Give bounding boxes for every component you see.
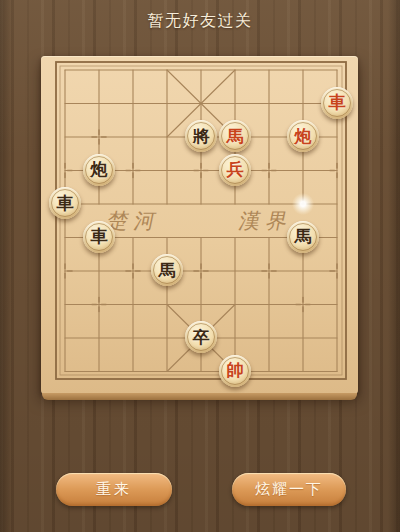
piece-glyph: 馬 bbox=[159, 262, 176, 279]
piece-black-cannon[interactable]: 炮 bbox=[83, 154, 115, 186]
piece-glyph: 馬 bbox=[295, 228, 312, 245]
piece-red-general[interactable]: 帥 bbox=[219, 355, 251, 387]
piece-glyph: 卒 bbox=[193, 329, 210, 346]
piece-black-general[interactable]: 將 bbox=[185, 120, 217, 152]
piece-glyph: 車 bbox=[91, 228, 108, 245]
show-off-button[interactable]: 炫耀一下 bbox=[232, 473, 346, 506]
piece-black-horse[interactable]: 馬 bbox=[287, 221, 319, 253]
piece-glyph: 帥 bbox=[227, 362, 244, 379]
piece-black-soldier[interactable]: 卒 bbox=[185, 321, 217, 353]
pieces-layer: 車將馬炮炮兵車車馬馬卒帥 bbox=[41, 56, 358, 394]
piece-red-horse[interactable]: 馬 bbox=[219, 120, 251, 152]
piece-glyph: 將 bbox=[193, 128, 210, 145]
page-title: 暂无好友过关 bbox=[0, 11, 400, 32]
restart-button[interactable]: 重来 bbox=[56, 473, 172, 506]
piece-red-cannon[interactable]: 炮 bbox=[287, 120, 319, 152]
piece-black-chariot[interactable]: 車 bbox=[83, 221, 115, 253]
piece-black-horse[interactable]: 馬 bbox=[151, 254, 183, 286]
app-screen: 暂无好友过关 楚河漢界 車將馬炮炮兵車車馬馬卒帥 重来 炫耀一下 bbox=[0, 0, 400, 532]
piece-glyph: 炮 bbox=[295, 128, 312, 145]
piece-glyph: 車 bbox=[57, 195, 74, 212]
piece-glyph: 兵 bbox=[227, 161, 244, 178]
piece-glyph: 炮 bbox=[91, 161, 108, 178]
piece-black-chariot[interactable]: 車 bbox=[49, 187, 81, 219]
piece-red-chariot[interactable]: 車 bbox=[321, 87, 353, 119]
piece-red-soldier[interactable]: 兵 bbox=[219, 154, 251, 186]
xiangqi-board[interactable]: 楚河漢界 車將馬炮炮兵車車馬馬卒帥 bbox=[41, 56, 358, 394]
piece-glyph: 車 bbox=[329, 94, 346, 111]
sparkle-effect bbox=[292, 193, 314, 215]
piece-glyph: 馬 bbox=[227, 128, 244, 145]
